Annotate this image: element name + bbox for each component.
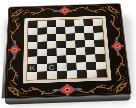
board-square [77,70,87,78]
board-square [27,72,37,80]
marble-frame [23,16,112,84]
board-square [86,70,96,78]
board-square [57,71,67,79]
board-square [47,71,57,79]
chess-board [26,18,107,81]
board-square [67,70,77,78]
product-photo: K Cra [0,0,136,108]
board-square [37,71,47,79]
marble-slab: K Cra [4,3,132,99]
bottom-center-flower [52,83,83,96]
chess-table: K Cra [4,3,132,99]
board-square [96,69,107,77]
